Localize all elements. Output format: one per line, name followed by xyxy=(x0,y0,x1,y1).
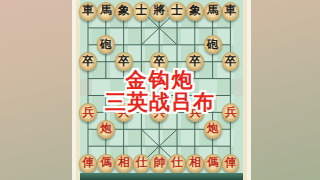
board-point[interactable] xyxy=(97,138,115,155)
caption-line-2: 三英战吕布 xyxy=(0,88,320,116)
board-point[interactable]: 象 xyxy=(115,3,133,20)
board-point[interactable] xyxy=(115,19,133,36)
board-point[interactable]: 士 xyxy=(168,3,186,20)
board-point[interactable] xyxy=(204,19,222,36)
board-point[interactable] xyxy=(79,19,97,36)
board-point[interactable]: 炮 xyxy=(204,121,222,138)
black-piece[interactable]: 砲 xyxy=(204,35,222,54)
board-point[interactable] xyxy=(115,121,133,138)
board-point[interactable] xyxy=(222,19,240,36)
board-point[interactable]: 帥 xyxy=(150,155,168,172)
black-piece[interactable]: 車 xyxy=(222,2,240,21)
board-point[interactable]: 車 xyxy=(222,3,240,20)
red-piece[interactable]: 仕 xyxy=(133,154,151,173)
board-point[interactable]: 俥 xyxy=(79,155,97,172)
red-piece[interactable]: 相 xyxy=(186,154,204,173)
board-point[interactable] xyxy=(222,138,240,155)
board-point[interactable]: 傌 xyxy=(97,155,115,172)
black-piece[interactable]: 象 xyxy=(115,2,133,21)
board-point[interactable] xyxy=(186,121,204,138)
board-point[interactable] xyxy=(150,36,168,53)
board-point[interactable] xyxy=(133,121,151,138)
board-point[interactable] xyxy=(150,19,168,36)
red-piece[interactable]: 炮 xyxy=(97,120,115,139)
black-piece[interactable]: 士 xyxy=(133,2,151,21)
board-point[interactable] xyxy=(115,36,133,53)
board-point[interactable] xyxy=(222,36,240,53)
board-point[interactable]: 俥 xyxy=(222,155,240,172)
board-point[interactable] xyxy=(115,138,133,155)
board-point[interactable]: 炮 xyxy=(97,121,115,138)
red-piece[interactable]: 俥 xyxy=(79,154,97,173)
board-point[interactable] xyxy=(150,138,168,155)
board-point[interactable] xyxy=(79,121,97,138)
board-point[interactable] xyxy=(204,138,222,155)
board-point[interactable]: 砲 xyxy=(97,36,115,53)
board-point[interactable]: 仕 xyxy=(168,155,186,172)
red-piece[interactable]: 炮 xyxy=(204,120,222,139)
board-point[interactable] xyxy=(133,19,151,36)
board-point[interactable]: 砲 xyxy=(204,36,222,53)
black-piece[interactable]: 車 xyxy=(79,2,97,21)
board-point[interactable]: 相 xyxy=(186,155,204,172)
red-piece[interactable]: 帥 xyxy=(150,154,168,173)
board-point[interactable] xyxy=(150,121,168,138)
board-point[interactable]: 士 xyxy=(133,3,151,20)
board-point[interactable] xyxy=(79,36,97,53)
red-piece[interactable]: 傌 xyxy=(97,154,115,173)
board-point[interactable]: 傌 xyxy=(204,155,222,172)
black-piece[interactable]: 馬 xyxy=(204,2,222,21)
board-bottom-frame xyxy=(80,173,243,180)
black-piece[interactable]: 馬 xyxy=(97,2,115,21)
board-point[interactable] xyxy=(133,36,151,53)
board-point[interactable] xyxy=(186,19,204,36)
board-point[interactable] xyxy=(186,36,204,53)
board-point[interactable] xyxy=(168,19,186,36)
board-point[interactable] xyxy=(97,19,115,36)
video-frame: 楚 河 漢 界 xyxy=(0,0,320,180)
board-point[interactable] xyxy=(79,138,97,155)
black-piece[interactable]: 將 xyxy=(150,2,168,21)
board-point[interactable] xyxy=(168,138,186,155)
black-piece[interactable]: 象 xyxy=(186,2,204,21)
board-point[interactable]: 將 xyxy=(150,3,168,20)
board-point[interactable] xyxy=(133,138,151,155)
board-point[interactable] xyxy=(168,121,186,138)
board-point[interactable]: 仕 xyxy=(133,155,151,172)
red-piece[interactable]: 相 xyxy=(115,154,133,173)
board-point[interactable]: 相 xyxy=(115,155,133,172)
board-point[interactable]: 車 xyxy=(79,3,97,20)
board-point[interactable]: 象 xyxy=(186,3,204,20)
board-point[interactable] xyxy=(168,36,186,53)
red-piece[interactable]: 俥 xyxy=(222,154,240,173)
board-point[interactable] xyxy=(222,121,240,138)
black-piece[interactable]: 士 xyxy=(168,2,186,21)
black-piece[interactable]: 砲 xyxy=(97,35,115,54)
red-piece[interactable]: 仕 xyxy=(168,154,186,173)
board-point[interactable]: 馬 xyxy=(204,3,222,20)
red-piece[interactable]: 傌 xyxy=(204,154,222,173)
board-point[interactable]: 馬 xyxy=(97,3,115,20)
board-point[interactable] xyxy=(186,138,204,155)
